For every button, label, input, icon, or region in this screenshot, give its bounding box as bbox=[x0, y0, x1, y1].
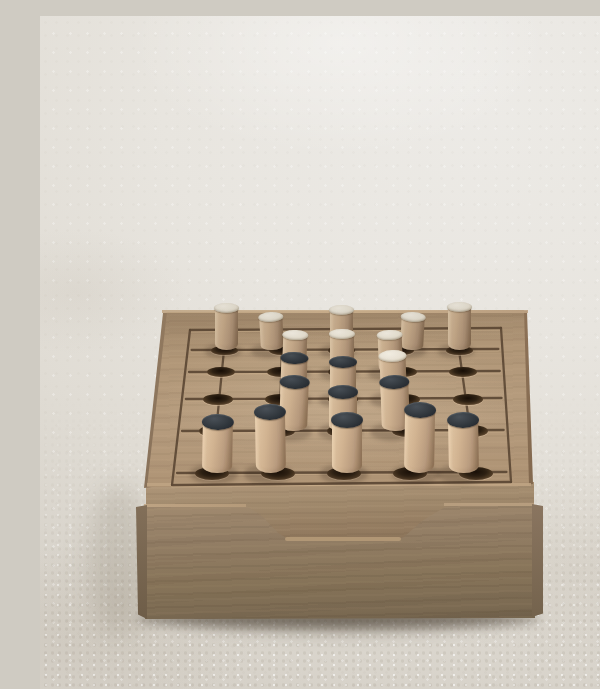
peg-r5c1-navy[interactable] bbox=[202, 422, 233, 474]
peg-top bbox=[329, 329, 355, 340]
peg-r5c2-navy[interactable] bbox=[255, 412, 286, 474]
wall-edge-highlight bbox=[144, 504, 246, 507]
finger-notch-sill bbox=[285, 537, 401, 541]
box-right-side bbox=[532, 503, 543, 617]
peg-r1c2-white[interactable] bbox=[259, 316, 284, 350]
peg-r1c1-white[interactable] bbox=[215, 308, 238, 350]
peg-top bbox=[331, 412, 363, 428]
peg-top bbox=[404, 402, 436, 419]
peg-top bbox=[379, 375, 409, 390]
board-hole-r2c1[interactable] bbox=[207, 367, 235, 377]
peg-r1c5-white[interactable] bbox=[448, 307, 471, 350]
peg-top bbox=[378, 349, 406, 362]
board-game-photo: Overhead-front photo of a square mango-w… bbox=[40, 16, 600, 689]
peg-top bbox=[328, 385, 358, 399]
peg-top bbox=[282, 329, 308, 341]
peg-top bbox=[329, 356, 357, 368]
board-hole-r3c1[interactable] bbox=[203, 394, 233, 405]
wall-edge-highlight bbox=[444, 503, 534, 506]
peg-r1c4-white[interactable] bbox=[400, 316, 425, 350]
peg-top bbox=[376, 329, 402, 341]
peg-top bbox=[400, 311, 425, 322]
peg-r5c5-navy[interactable] bbox=[448, 420, 479, 474]
peg-r5c3-navy[interactable] bbox=[332, 420, 362, 473]
peg-top bbox=[329, 305, 354, 315]
peg-r5c4-navy[interactable] bbox=[404, 410, 435, 474]
peg-top bbox=[447, 412, 479, 429]
peg-top bbox=[202, 414, 234, 431]
board-hole-r3c5[interactable] bbox=[453, 394, 483, 405]
peg-top bbox=[447, 302, 472, 312]
peg-top bbox=[279, 375, 309, 390]
peg-top bbox=[280, 351, 308, 364]
peg-top bbox=[214, 303, 239, 313]
peg-top bbox=[254, 404, 286, 421]
peg-top bbox=[258, 311, 283, 322]
